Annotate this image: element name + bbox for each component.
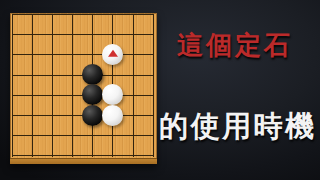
- stone-white: [102, 84, 123, 105]
- stone-black: [82, 64, 103, 85]
- stone-black: [82, 105, 103, 126]
- stones-layer: [10, 13, 157, 164]
- stone-white: [102, 105, 123, 126]
- go-board: [10, 13, 157, 164]
- caption-joseki: 這個定石: [177, 32, 293, 58]
- caption-usage: 的使用時機: [159, 112, 317, 141]
- stone-black: [82, 84, 103, 105]
- board-bottom-edge: [10, 158, 157, 164]
- stone-white: [102, 44, 123, 65]
- video-frame: 這個定石 的使用時機: [0, 0, 320, 180]
- triangle-marker-icon: [108, 50, 118, 57]
